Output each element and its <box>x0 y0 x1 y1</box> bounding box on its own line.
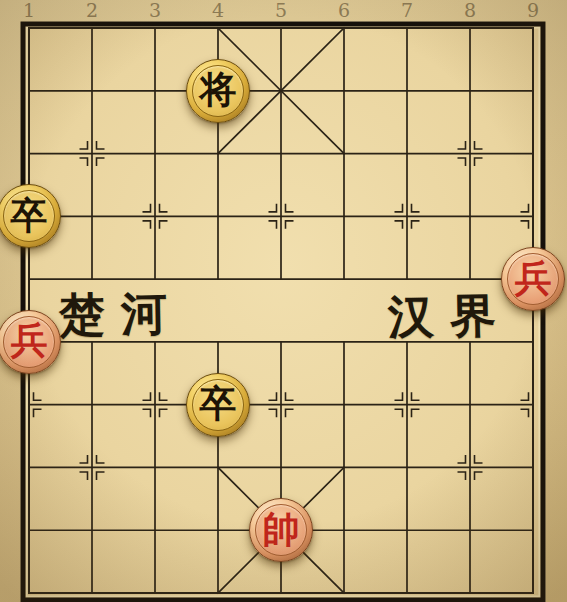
piece-glyph-red-general: 帥 <box>263 511 300 548</box>
piece-glyph-red-soldier-1: 兵 <box>515 260 552 297</box>
piece-red-soldier-1[interactable]: 兵 <box>501 247 565 311</box>
piece-glyph-black-soldier-2: 卒 <box>200 385 237 422</box>
piece-glyph-red-soldier-2: 兵 <box>11 322 48 359</box>
board[interactable]: 将卒兵兵卒帥 <box>0 0 565 602</box>
piece-face: 卒 <box>3 190 55 242</box>
piece-red-soldier-2[interactable]: 兵 <box>0 310 61 374</box>
xiangqi-screen: 123456789 楚河 汉界 将卒兵兵卒帥 <box>0 0 567 602</box>
piece-face: 兵 <box>507 253 559 305</box>
piece-face: 卒 <box>192 379 244 431</box>
piece-black-soldier-2[interactable]: 卒 <box>186 373 250 437</box>
piece-face: 将 <box>192 65 244 117</box>
piece-red-general[interactable]: 帥 <box>249 498 313 562</box>
piece-glyph-black-general: 将 <box>200 71 237 108</box>
piece-black-soldier-1[interactable]: 卒 <box>0 184 61 248</box>
piece-face: 兵 <box>3 316 55 368</box>
piece-black-general[interactable]: 将 <box>186 59 250 123</box>
piece-face: 帥 <box>255 504 307 556</box>
piece-glyph-black-soldier-1: 卒 <box>11 197 48 234</box>
